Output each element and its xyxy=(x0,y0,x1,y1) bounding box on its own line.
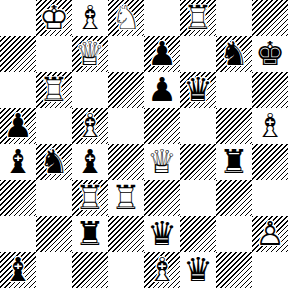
square-b8[interactable]: ♚♔ xyxy=(36,0,72,36)
white-knight: ♞♘ xyxy=(108,0,144,36)
black-king: ♚♚ xyxy=(252,36,288,72)
white-rook-glyph: ♖ xyxy=(180,0,216,36)
square-f5[interactable] xyxy=(180,108,216,144)
black-rook: ♜♜ xyxy=(216,144,252,180)
black-king-glyph: ♚ xyxy=(252,36,288,72)
black-pawn-glyph: ♟ xyxy=(144,36,180,72)
square-d3[interactable]: ♜♖ xyxy=(108,180,144,216)
square-c5[interactable]: ♝♗ xyxy=(72,108,108,144)
square-f4[interactable] xyxy=(180,144,216,180)
square-a3[interactable] xyxy=(0,180,36,216)
black-queen: ♛♛ xyxy=(180,252,216,288)
white-rook-glyph: ♖ xyxy=(72,180,108,216)
square-h4[interactable] xyxy=(252,144,288,180)
black-queen: ♛♛ xyxy=(180,72,216,108)
square-g6[interactable] xyxy=(216,72,252,108)
square-g8[interactable] xyxy=(216,0,252,36)
white-king-glyph: ♔ xyxy=(36,0,72,36)
square-c7[interactable]: ♛♕ xyxy=(72,36,108,72)
square-a2[interactable] xyxy=(0,216,36,252)
square-b2[interactable] xyxy=(36,216,72,252)
square-a5[interactable]: ♟♟ xyxy=(0,108,36,144)
square-g1[interactable] xyxy=(216,252,252,288)
square-b1[interactable] xyxy=(36,252,72,288)
black-rook-glyph: ♜ xyxy=(72,216,108,252)
white-rook: ♜♖ xyxy=(36,72,72,108)
white-bishop-glyph: ♗ xyxy=(252,108,288,144)
square-d8[interactable]: ♞♘ xyxy=(108,0,144,36)
square-c6[interactable] xyxy=(72,72,108,108)
square-b3[interactable] xyxy=(36,180,72,216)
black-pawn-glyph: ♟ xyxy=(144,72,180,108)
square-c4[interactable]: ♝♝ xyxy=(72,144,108,180)
white-rook-glyph: ♖ xyxy=(36,72,72,108)
black-bishop-glyph: ♝ xyxy=(0,144,36,180)
square-f2[interactable] xyxy=(180,216,216,252)
square-e3[interactable] xyxy=(144,180,180,216)
square-a8[interactable] xyxy=(0,0,36,36)
white-pawn: ♟♙ xyxy=(252,216,288,252)
square-h1[interactable] xyxy=(252,252,288,288)
square-f7[interactable] xyxy=(180,36,216,72)
square-e1[interactable]: ♝♗ xyxy=(144,252,180,288)
black-queen-glyph: ♛ xyxy=(180,72,216,108)
square-c1[interactable] xyxy=(72,252,108,288)
square-f3[interactable] xyxy=(180,180,216,216)
square-d1[interactable] xyxy=(108,252,144,288)
black-pawn: ♟♟ xyxy=(0,108,36,144)
square-d5[interactable] xyxy=(108,108,144,144)
square-f8[interactable]: ♜♖ xyxy=(180,0,216,36)
square-d6[interactable] xyxy=(108,72,144,108)
square-g7[interactable]: ♞♞ xyxy=(216,36,252,72)
square-e2[interactable]: ♛♛ xyxy=(144,216,180,252)
square-d4[interactable] xyxy=(108,144,144,180)
black-queen-glyph: ♛ xyxy=(180,252,216,288)
black-rook: ♜♜ xyxy=(72,216,108,252)
black-knight-glyph: ♞ xyxy=(216,36,252,72)
square-h8[interactable] xyxy=(252,0,288,36)
square-c3[interactable]: ♜♖ xyxy=(72,180,108,216)
square-g5[interactable] xyxy=(216,108,252,144)
black-pawn-glyph: ♟ xyxy=(0,108,36,144)
black-queen: ♛♛ xyxy=(144,216,180,252)
square-a6[interactable] xyxy=(0,72,36,108)
square-h7[interactable]: ♚♚ xyxy=(252,36,288,72)
white-bishop-glyph: ♗ xyxy=(72,0,108,36)
white-knight-glyph: ♘ xyxy=(108,0,144,36)
white-king: ♚♔ xyxy=(36,0,72,36)
square-h5[interactable]: ♝♗ xyxy=(252,108,288,144)
square-c8[interactable]: ♝♗ xyxy=(72,0,108,36)
square-c2[interactable]: ♜♜ xyxy=(72,216,108,252)
white-queen-glyph: ♕ xyxy=(144,144,180,180)
square-g4[interactable]: ♜♜ xyxy=(216,144,252,180)
square-h2[interactable]: ♟♙ xyxy=(252,216,288,252)
white-bishop: ♝♗ xyxy=(72,108,108,144)
square-e5[interactable] xyxy=(144,108,180,144)
black-bishop-glyph: ♝ xyxy=(0,252,36,288)
square-e6[interactable]: ♟♟ xyxy=(144,72,180,108)
white-queen: ♛♕ xyxy=(72,36,108,72)
square-a4[interactable]: ♝♝ xyxy=(0,144,36,180)
square-f6[interactable]: ♛♛ xyxy=(180,72,216,108)
square-a1[interactable]: ♝♝ xyxy=(0,252,36,288)
square-f1[interactable]: ♛♛ xyxy=(180,252,216,288)
black-rook-glyph: ♜ xyxy=(216,144,252,180)
white-bishop-glyph: ♗ xyxy=(72,108,108,144)
square-e7[interactable]: ♟♟ xyxy=(144,36,180,72)
white-rook-glyph: ♖ xyxy=(108,180,144,216)
white-queen: ♛♕ xyxy=(144,144,180,180)
square-h3[interactable] xyxy=(252,180,288,216)
black-bishop-glyph: ♝ xyxy=(72,144,108,180)
square-b5[interactable] xyxy=(36,108,72,144)
white-rook: ♜♖ xyxy=(108,180,144,216)
square-d7[interactable] xyxy=(108,36,144,72)
square-b6[interactable]: ♜♖ xyxy=(36,72,72,108)
white-bishop: ♝♗ xyxy=(252,108,288,144)
white-rook: ♜♖ xyxy=(180,0,216,36)
square-b7[interactable] xyxy=(36,36,72,72)
square-d2[interactable] xyxy=(108,216,144,252)
square-a7[interactable] xyxy=(0,36,36,72)
chess-board: ♚♔♝♗♞♘♜♖♛♕♟♟♞♞♚♚♜♖♟♟♛♛♟♟♝♗♝♗♝♝♞♞♝♝♛♕♜♜♜♖… xyxy=(0,0,288,288)
black-knight-glyph: ♞ xyxy=(36,144,72,180)
square-e8[interactable] xyxy=(144,0,180,36)
black-bishop: ♝♝ xyxy=(0,252,36,288)
square-b4[interactable]: ♞♞ xyxy=(36,144,72,180)
white-bishop: ♝♗ xyxy=(144,252,180,288)
square-h6[interactable] xyxy=(252,72,288,108)
square-e4[interactable]: ♛♕ xyxy=(144,144,180,180)
black-pawn: ♟♟ xyxy=(144,36,180,72)
white-queen-glyph: ♕ xyxy=(72,36,108,72)
white-pawn-glyph: ♙ xyxy=(252,216,288,252)
square-g2[interactable] xyxy=(216,216,252,252)
black-bishop: ♝♝ xyxy=(72,144,108,180)
black-bishop: ♝♝ xyxy=(0,144,36,180)
black-queen-glyph: ♛ xyxy=(144,216,180,252)
square-g3[interactable] xyxy=(216,180,252,216)
black-knight: ♞♞ xyxy=(36,144,72,180)
black-knight: ♞♞ xyxy=(216,36,252,72)
white-bishop: ♝♗ xyxy=(72,0,108,36)
white-rook: ♜♖ xyxy=(72,180,108,216)
white-bishop-glyph: ♗ xyxy=(144,252,180,288)
black-pawn: ♟♟ xyxy=(144,72,180,108)
